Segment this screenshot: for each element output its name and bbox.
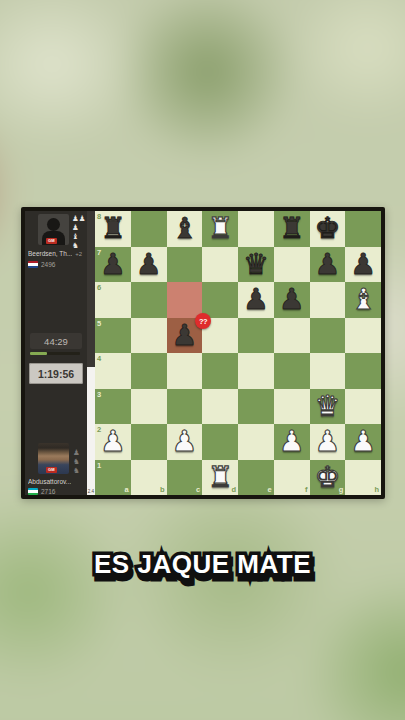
square-e1[interactable]: e — [238, 460, 274, 496]
material-advantage: +2 — [75, 251, 82, 257]
white-king-g1[interactable]: ♚ — [314, 463, 340, 492]
square-b4[interactable] — [131, 353, 167, 389]
square-b3[interactable] — [131, 389, 167, 425]
black-pawn-h7[interactable]: ♟ — [350, 250, 376, 279]
square-g6[interactable] — [310, 282, 346, 318]
avatar-silhouette-head — [47, 218, 60, 231]
square-h2[interactable]: ♟ — [345, 424, 381, 460]
bottom-player-clock-active: 1:19:56 — [29, 363, 83, 384]
square-h4[interactable] — [345, 353, 381, 389]
uzbekistan-flag-icon — [28, 488, 38, 495]
rank-label-4: 4 — [97, 355, 101, 363]
file-label-a: a — [125, 486, 129, 494]
square-b5[interactable] — [131, 318, 167, 354]
captured-piece-icon: ♟ — [73, 448, 88, 457]
square-e8[interactable] — [238, 211, 274, 247]
black-pawn-a7[interactable]: ♟ — [100, 250, 126, 279]
square-c4[interactable] — [167, 353, 203, 389]
square-f7[interactable] — [274, 247, 310, 283]
square-e5[interactable] — [238, 318, 274, 354]
square-h8[interactable] — [345, 211, 381, 247]
square-a6[interactable]: 6 — [95, 282, 131, 318]
file-label-h: h — [374, 486, 379, 494]
black-pawn-g7[interactable]: ♟ — [314, 250, 340, 279]
evaluation-bar-white-portion: 2.4 — [87, 367, 95, 495]
caption-text: ES JAQUE MATE — [0, 549, 405, 580]
gm-title-badge-top: GM — [46, 238, 57, 244]
rank-label-3: 3 — [97, 391, 101, 399]
square-d4[interactable] — [202, 353, 238, 389]
captured-pieces-bottom: ♟♞♞ — [73, 448, 88, 475]
square-h6[interactable]: ♝ — [345, 282, 381, 318]
file-label-b: b — [160, 486, 165, 494]
file-label-f: f — [305, 486, 308, 494]
square-h7[interactable]: ♟ — [345, 247, 381, 283]
black-rook-a8[interactable]: ♜ — [100, 214, 126, 243]
square-g7[interactable]: ♟ — [310, 247, 346, 283]
black-queen-e7[interactable]: ♛ — [243, 250, 269, 279]
rank-label-6: 6 — [97, 284, 101, 292]
square-g2[interactable]: ♟ — [310, 424, 346, 460]
square-f6[interactable]: ♟ — [274, 282, 310, 318]
square-g4[interactable] — [310, 353, 346, 389]
square-c7[interactable] — [167, 247, 203, 283]
captured-piece-icon: ♟♟ — [72, 214, 87, 223]
black-bishop-c8[interactable]: ♝ — [171, 214, 197, 243]
rank-label-7: 7 — [97, 249, 101, 257]
bottom-player-rating: 2716 — [41, 488, 55, 495]
rank-label-5: 5 — [97, 320, 101, 328]
chess-board[interactable]: ?? 8♜♝♜♜♚7♟♟♛♟♟6♟♟♝5♟43♛2♟♟♟♟♟1abcd♜efg♚… — [95, 211, 381, 495]
time-progress-track — [30, 352, 80, 355]
square-g3[interactable]: ♛ — [310, 389, 346, 425]
square-h3[interactable] — [345, 389, 381, 425]
rank-label-8: 8 — [97, 213, 101, 221]
captured-piece-icon: ♝ — [72, 232, 87, 241]
square-f2[interactable]: ♟ — [274, 424, 310, 460]
white-rook-d8[interactable]: ♜ — [207, 214, 233, 243]
square-d3[interactable] — [202, 389, 238, 425]
file-label-c: c — [196, 486, 200, 494]
black-king-g8[interactable]: ♚ — [314, 214, 340, 243]
black-pawn-b7[interactable]: ♟ — [136, 250, 162, 279]
captured-piece-icon: ♞ — [72, 241, 87, 250]
square-d8[interactable]: ♜ — [202, 211, 238, 247]
white-pawn-a2[interactable]: ♟ — [100, 427, 126, 456]
video-caption: ES JAQUE MATE ES JAQUE MATE ES JAQUE MAT… — [0, 549, 405, 593]
square-d7[interactable] — [202, 247, 238, 283]
black-pawn-f6[interactable]: ♟ — [279, 285, 305, 314]
square-e7[interactable]: ♛ — [238, 247, 274, 283]
square-b1[interactable]: b — [131, 460, 167, 496]
square-f3[interactable] — [274, 389, 310, 425]
white-pawn-f2[interactable]: ♟ — [279, 427, 305, 456]
evaluation-value: 2.4 — [87, 489, 95, 494]
top-player-rating: 2496 — [41, 261, 55, 268]
time-progress-fill — [30, 352, 47, 355]
square-d6[interactable] — [202, 282, 238, 318]
square-c6[interactable] — [167, 282, 203, 318]
captured-pieces-top: ♟♟♟♝♞ — [72, 214, 87, 250]
square-c3[interactable] — [167, 389, 203, 425]
square-b6[interactable] — [131, 282, 167, 318]
captured-piece-icon: ♞ — [73, 466, 88, 475]
rank-label-1: 1 — [97, 462, 101, 470]
player-sidebar: GM ♟♟♟♝♞ Beerdsen, Th... +2 2496 44:29 1… — [25, 211, 87, 495]
square-g5[interactable] — [310, 318, 346, 354]
file-label-e: e — [268, 486, 272, 494]
square-c8[interactable]: ♝ — [167, 211, 203, 247]
square-e3[interactable] — [238, 389, 274, 425]
avatar-top-player[interactable]: GM — [38, 214, 69, 245]
avatar-bottom-player[interactable]: GM — [38, 443, 69, 474]
square-h1[interactable]: h — [345, 460, 381, 496]
square-g8[interactable]: ♚ — [310, 211, 346, 247]
file-label-d: d — [231, 486, 236, 494]
square-g1[interactable]: g♚ — [310, 460, 346, 496]
bottom-player-name[interactable]: Abdusattorov... — [28, 478, 71, 485]
square-d1[interactable]: d♜ — [202, 460, 238, 496]
file-label-g: g — [339, 486, 344, 494]
black-pawn-c5[interactable]: ♟ — [171, 321, 197, 350]
white-rook-d1[interactable]: ♜ — [207, 463, 233, 492]
square-b8[interactable] — [131, 211, 167, 247]
black-rook-f8[interactable]: ♜ — [279, 214, 305, 243]
captured-piece-icon: ♞ — [73, 457, 88, 466]
white-pawn-g2[interactable]: ♟ — [314, 427, 340, 456]
netherlands-flag-icon — [28, 261, 38, 268]
top-player-clock: 44:29 — [30, 333, 82, 349]
evaluation-bar: 2.4 — [87, 211, 95, 495]
square-a2[interactable]: 2♟ — [95, 424, 131, 460]
square-f8[interactable]: ♜ — [274, 211, 310, 247]
square-a4[interactable]: 4 — [95, 353, 131, 389]
black-pawn-e6[interactable]: ♟ — [243, 285, 269, 314]
square-b2[interactable] — [131, 424, 167, 460]
top-player-name[interactable]: Beerdsen, Th... — [28, 250, 72, 257]
square-d2[interactable] — [202, 424, 238, 460]
white-queen-g3[interactable]: ♛ — [314, 392, 340, 421]
square-a1[interactable]: 1a — [95, 460, 131, 496]
square-c2[interactable]: ♟ — [167, 424, 203, 460]
square-h5[interactable] — [345, 318, 381, 354]
square-a5[interactable]: 5 — [95, 318, 131, 354]
gm-title-badge-bottom: GM — [46, 467, 57, 473]
square-f4[interactable] — [274, 353, 310, 389]
square-b7[interactable]: ♟ — [131, 247, 167, 283]
square-c1[interactable]: c — [167, 460, 203, 496]
square-a3[interactable]: 3 — [95, 389, 131, 425]
white-bishop-h6[interactable]: ♝ — [350, 285, 376, 314]
rank-label-2: 2 — [97, 426, 101, 434]
square-a7[interactable]: 7♟ — [95, 247, 131, 283]
square-f1[interactable]: f — [274, 460, 310, 496]
white-pawn-h2[interactable]: ♟ — [350, 427, 376, 456]
square-e6[interactable]: ♟ — [238, 282, 274, 318]
square-a8[interactable]: 8♜ — [95, 211, 131, 247]
blunder-annotation-badge: ?? — [195, 313, 211, 329]
square-e4[interactable] — [238, 353, 274, 389]
square-f5[interactable] — [274, 318, 310, 354]
captured-piece-icon: ♟ — [72, 223, 87, 232]
white-pawn-c2[interactable]: ♟ — [171, 427, 197, 456]
square-e2[interactable] — [238, 424, 274, 460]
chess-app-widget: GM ♟♟♟♝♞ Beerdsen, Th... +2 2496 44:29 1… — [21, 207, 385, 499]
